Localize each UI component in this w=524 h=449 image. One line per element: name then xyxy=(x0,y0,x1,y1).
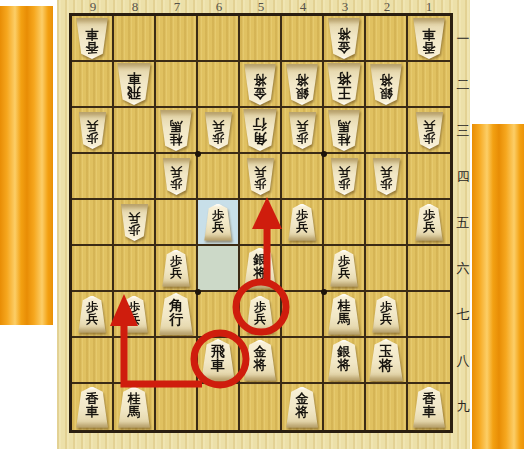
square-1一[interactable]: 香車 xyxy=(408,16,450,62)
square-7一[interactable] xyxy=(156,16,198,62)
square-4七[interactable] xyxy=(282,292,324,338)
piece-銀将-sente[interactable]: 銀将 xyxy=(242,248,278,289)
square-8一[interactable] xyxy=(114,16,156,62)
piece-桂馬-sente[interactable]: 桂馬 xyxy=(116,387,152,428)
square-8三[interactable] xyxy=(114,108,156,154)
square-5三[interactable]: 角行 xyxy=(240,108,282,154)
piece-香車-sente[interactable]: 香車 xyxy=(74,387,110,428)
square-4九[interactable]: 金将 xyxy=(282,384,324,430)
square-5五[interactable] xyxy=(240,200,282,246)
square-3二[interactable]: 王将 xyxy=(324,62,366,108)
square-4五[interactable]: 歩兵 xyxy=(282,200,324,246)
file-labels: 9 8 7 6 5 4 3 2 1 xyxy=(72,0,450,14)
file-label: 2 xyxy=(366,0,408,14)
piece-歩兵-gote[interactable]: 歩兵 xyxy=(161,158,192,195)
rank-label: 六 xyxy=(455,246,471,292)
square-4三[interactable]: 歩兵 xyxy=(282,108,324,154)
rank-labels: 一 二 三 四 五 六 七 八 九 xyxy=(455,16,471,430)
file-label: 7 xyxy=(156,0,198,14)
piece-歩兵-gote[interactable]: 歩兵 xyxy=(119,204,150,241)
square-2二[interactable]: 銀将 xyxy=(366,62,408,108)
square-4一[interactable] xyxy=(282,16,324,62)
square-7五[interactable] xyxy=(156,200,198,246)
square-4六[interactable] xyxy=(282,246,324,292)
square-3三[interactable]: 桂馬 xyxy=(324,108,366,154)
square-4二[interactable]: 銀将 xyxy=(282,62,324,108)
square-9三[interactable]: 歩兵 xyxy=(72,108,114,154)
square-2五[interactable] xyxy=(366,200,408,246)
rank-label: 四 xyxy=(455,154,471,200)
piece-歩兵-sente[interactable]: 歩兵 xyxy=(77,296,108,333)
piece-歩兵-sente[interactable]: 歩兵 xyxy=(245,296,276,333)
rank-label: 五 xyxy=(455,200,471,246)
file-label: 8 xyxy=(114,0,156,14)
square-8四[interactable] xyxy=(114,154,156,200)
piece-歩兵-sente[interactable]: 歩兵 xyxy=(119,296,150,333)
square-7六[interactable]: 歩兵 xyxy=(156,246,198,292)
piece-桂馬-gote[interactable]: 桂馬 xyxy=(158,110,194,151)
square-4八[interactable] xyxy=(282,338,324,384)
shogi-board-panel: 9 8 7 6 5 4 3 2 1 一 二 三 四 五 六 七 八 九 香車金将… xyxy=(57,0,470,449)
star-point xyxy=(195,289,201,295)
square-2六[interactable] xyxy=(366,246,408,292)
square-6九[interactable] xyxy=(198,384,240,430)
square-1七[interactable] xyxy=(408,292,450,338)
square-4四[interactable] xyxy=(282,154,324,200)
file-label: 3 xyxy=(324,0,366,14)
piece-歩兵-gote[interactable]: 歩兵 xyxy=(245,158,276,195)
square-5一[interactable] xyxy=(240,16,282,62)
square-2九[interactable] xyxy=(366,384,408,430)
square-1五[interactable]: 歩兵 xyxy=(408,200,450,246)
square-5二[interactable]: 金将 xyxy=(240,62,282,108)
left-orange-stripe xyxy=(0,6,53,325)
file-label: 9 xyxy=(72,0,114,14)
piece-桂馬-sente[interactable]: 桂馬 xyxy=(326,294,362,335)
square-6五[interactable]: 歩兵 xyxy=(198,200,240,246)
square-1八[interactable] xyxy=(408,338,450,384)
square-6二[interactable] xyxy=(198,62,240,108)
piece-玉将-sente[interactable]: 玉将 xyxy=(367,339,405,381)
square-2八[interactable]: 玉将 xyxy=(366,338,408,384)
star-point xyxy=(321,289,327,295)
square-6一[interactable] xyxy=(198,16,240,62)
square-6八[interactable]: 飛車 xyxy=(198,338,240,384)
rank-label: 三 xyxy=(455,108,471,154)
piece-角行-gote[interactable]: 角行 xyxy=(241,109,279,151)
square-6六[interactable] xyxy=(198,246,240,292)
square-6三[interactable]: 歩兵 xyxy=(198,108,240,154)
piece-歩兵-gote[interactable]: 歩兵 xyxy=(329,158,360,195)
square-5四[interactable]: 歩兵 xyxy=(240,154,282,200)
piece-飛車-sente[interactable]: 飛車 xyxy=(199,339,237,381)
square-3七[interactable]: 桂馬 xyxy=(324,292,366,338)
piece-歩兵-gote[interactable]: 歩兵 xyxy=(371,158,402,195)
piece-歩兵-gote[interactable]: 歩兵 xyxy=(414,112,445,149)
square-7七[interactable]: 角行 xyxy=(156,292,198,338)
piece-桂馬-gote[interactable]: 桂馬 xyxy=(326,110,362,151)
piece-金将-sente[interactable]: 金将 xyxy=(242,340,278,381)
piece-金将-sente[interactable]: 金将 xyxy=(284,387,320,428)
square-9七[interactable]: 歩兵 xyxy=(72,292,114,338)
square-7二[interactable] xyxy=(156,62,198,108)
square-2七[interactable]: 歩兵 xyxy=(366,292,408,338)
square-2三[interactable] xyxy=(366,108,408,154)
square-7四[interactable]: 歩兵 xyxy=(156,154,198,200)
square-1二[interactable] xyxy=(408,62,450,108)
piece-歩兵-sente[interactable]: 歩兵 xyxy=(414,204,445,241)
rank-label: 九 xyxy=(455,384,471,430)
square-8九[interactable]: 桂馬 xyxy=(114,384,156,430)
square-3一[interactable]: 金将 xyxy=(324,16,366,62)
square-3四[interactable]: 歩兵 xyxy=(324,154,366,200)
square-9九[interactable]: 香車 xyxy=(72,384,114,430)
square-5八[interactable]: 金将 xyxy=(240,338,282,384)
board-grid: 香車金将香車飛車金将銀将王将銀将歩兵桂馬歩兵角行歩兵桂馬歩兵歩兵歩兵歩兵歩兵歩兵… xyxy=(69,13,453,433)
piece-香車-gote[interactable]: 香車 xyxy=(74,18,110,59)
square-7九[interactable] xyxy=(156,384,198,430)
piece-歩兵-gote[interactable]: 歩兵 xyxy=(203,112,234,149)
file-label: 5 xyxy=(240,0,282,14)
square-9六[interactable] xyxy=(72,246,114,292)
rank-label: 八 xyxy=(455,338,471,384)
square-8八[interactable] xyxy=(114,338,156,384)
file-label: 4 xyxy=(282,0,324,14)
square-9二[interactable] xyxy=(72,62,114,108)
square-3八[interactable]: 銀将 xyxy=(324,338,366,384)
piece-歩兵-sente[interactable]: 歩兵 xyxy=(287,204,318,241)
square-6四[interactable] xyxy=(198,154,240,200)
square-1六[interactable] xyxy=(408,246,450,292)
page-background: 9 8 7 6 5 4 3 2 1 一 二 三 四 五 六 七 八 九 香車金将… xyxy=(0,0,524,449)
piece-金将-gote[interactable]: 金将 xyxy=(242,64,278,105)
rank-label: 二 xyxy=(455,62,471,108)
piece-銀将-sente[interactable]: 銀将 xyxy=(326,340,362,381)
piece-銀将-gote[interactable]: 銀将 xyxy=(368,64,404,105)
piece-銀将-gote[interactable]: 銀将 xyxy=(284,64,320,105)
square-8五[interactable]: 歩兵 xyxy=(114,200,156,246)
star-point xyxy=(195,151,201,157)
right-orange-stripe xyxy=(472,124,524,449)
file-label: 1 xyxy=(408,0,450,14)
square-5六[interactable]: 銀将 xyxy=(240,246,282,292)
rank-label: 一 xyxy=(455,16,471,62)
square-2四[interactable]: 歩兵 xyxy=(366,154,408,200)
square-3六[interactable]: 歩兵 xyxy=(324,246,366,292)
square-9八[interactable] xyxy=(72,338,114,384)
piece-歩兵-sente[interactable]: 歩兵 xyxy=(329,250,360,287)
square-8二[interactable]: 飛車 xyxy=(114,62,156,108)
piece-歩兵-gote[interactable]: 歩兵 xyxy=(287,112,318,149)
square-8六[interactable] xyxy=(114,246,156,292)
square-5七[interactable]: 歩兵 xyxy=(240,292,282,338)
square-5九[interactable] xyxy=(240,384,282,430)
square-8七[interactable]: 歩兵 xyxy=(114,292,156,338)
square-6七[interactable] xyxy=(198,292,240,338)
square-3五[interactable] xyxy=(324,200,366,246)
piece-歩兵-sente[interactable]: 歩兵 xyxy=(161,250,192,287)
piece-歩兵-sente[interactable]: 歩兵 xyxy=(371,296,402,333)
piece-香車-sente[interactable]: 香車 xyxy=(411,387,447,428)
rank-label: 七 xyxy=(455,292,471,338)
piece-角行-sente[interactable]: 角行 xyxy=(157,293,195,335)
square-9一[interactable]: 香車 xyxy=(72,16,114,62)
square-9四[interactable] xyxy=(72,154,114,200)
square-1三[interactable]: 歩兵 xyxy=(408,108,450,154)
square-1九[interactable]: 香車 xyxy=(408,384,450,430)
piece-歩兵-gote[interactable]: 歩兵 xyxy=(77,112,108,149)
square-3九[interactable] xyxy=(324,384,366,430)
square-7三[interactable]: 桂馬 xyxy=(156,108,198,154)
piece-金将-gote[interactable]: 金将 xyxy=(326,18,362,59)
piece-香車-gote[interactable]: 香車 xyxy=(411,18,447,59)
piece-王将-gote[interactable]: 王将 xyxy=(325,63,363,105)
file-label: 6 xyxy=(198,0,240,14)
piece-飛車-gote[interactable]: 飛車 xyxy=(115,63,153,105)
star-point xyxy=(321,151,327,157)
square-2一[interactable] xyxy=(366,16,408,62)
piece-歩兵-sente[interactable]: 歩兵 xyxy=(203,204,234,241)
square-7八[interactable] xyxy=(156,338,198,384)
square-1四[interactable] xyxy=(408,154,450,200)
square-9五[interactable] xyxy=(72,200,114,246)
